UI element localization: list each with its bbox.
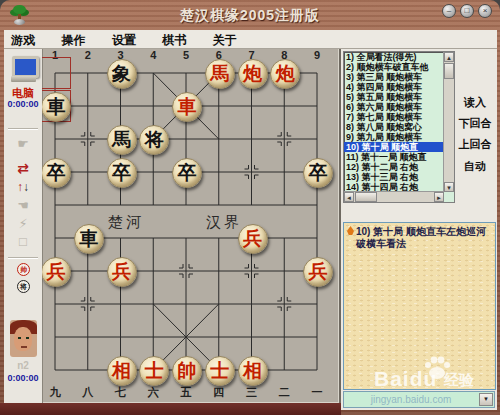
coord-bottom-8: 二 [273, 385, 295, 400]
black-piece-象[interactable]: 象 [107, 59, 137, 89]
watermark-url: jingyan.baidu.com [344, 394, 478, 405]
menu-item-settings[interactable]: 设置 [112, 32, 136, 49]
vertical-scroll-thumb[interactable] [444, 63, 454, 79]
river-label-han: 汉界 [206, 213, 242, 232]
list-item[interactable]: 6) 第六局 顺炮横车 [344, 102, 454, 112]
menu-item-game[interactable]: 游戏 [11, 32, 35, 49]
scroll-down-icon[interactable]: ▼ [444, 182, 454, 192]
red-piece-炮[interactable]: 炮 [238, 59, 268, 89]
red-piece-帥[interactable]: 帥 [172, 356, 202, 386]
swap-arrows-icon[interactable]: ⇄ [4, 160, 42, 176]
red-piece-兵[interactable]: 兵 [107, 257, 137, 287]
app-window: 楚汉棋缘2005注册版 – □ × 游戏 操作 设置 棋书 关于 电脑 0:00… [0, 0, 500, 415]
right-panel: 1) 全局看法(得先)2) 顺炮横车破直车他3) 第三局 顺炮横车4) 第四局 … [341, 48, 497, 410]
coord-bottom-6: 四 [208, 385, 230, 400]
scroll-right-icon[interactable]: ► [434, 192, 444, 202]
coord-bottom-7: 三 [241, 385, 263, 400]
red-piece-兵[interactable]: 兵 [238, 224, 268, 254]
red-piece-馬[interactable]: 馬 [205, 59, 235, 89]
black-piece-車[interactable]: 車 [74, 224, 104, 254]
list-item[interactable]: 1) 全局看法(得先) [344, 52, 454, 62]
coord-top-9: 9 [306, 49, 328, 61]
river-label-chu: 楚河 [108, 213, 144, 232]
coord-bottom-4: 六 [142, 385, 164, 400]
list-item-selected[interactable]: 10) 第十局 顺炮直 [344, 142, 454, 152]
red-piece-兵[interactable]: 兵 [42, 257, 71, 287]
player-avatar [10, 320, 37, 357]
prev-round-button[interactable]: 上回合 [453, 137, 497, 152]
red-piece-兵[interactable]: 兵 [303, 257, 333, 287]
minimize-button[interactable]: – [442, 4, 456, 18]
combobox-dropdown-button[interactable]: ▼ [479, 393, 493, 406]
black-piece-卒[interactable]: 卒 [107, 158, 137, 188]
title-bar[interactable]: 楚汉棋缘2005注册版 – □ × [0, 0, 500, 30]
page-icon[interactable]: □ [4, 234, 42, 249]
red-piece-士[interactable]: 士 [205, 356, 235, 386]
coord-bottom-3: 七 [110, 385, 132, 400]
scroll-left-icon[interactable]: ◄ [344, 192, 354, 202]
book-marker-icon [347, 226, 354, 235]
list-item[interactable]: 7) 第七局 顺炮横车 [344, 112, 454, 122]
red-piece-相[interactable]: 相 [238, 356, 268, 386]
player-name: n2 [4, 360, 42, 371]
baidu-watermark: Baidu 经验 [366, 359, 486, 389]
player-clock: 0:00:00 [4, 373, 42, 383]
coord-bottom-2: 八 [77, 385, 99, 400]
close-button[interactable]: × [478, 4, 492, 18]
black-piece-卒[interactable]: 卒 [172, 158, 202, 188]
list-item[interactable]: 8) 第八局 顺炮窝心 [344, 122, 454, 132]
red-piece-相[interactable]: 相 [107, 356, 137, 386]
coord-bottom-5: 五 [175, 385, 197, 400]
window-title: 楚汉棋缘2005注册版 [0, 7, 500, 25]
computer-icon [10, 55, 37, 83]
grab-hand-icon[interactable]: ☚ [4, 198, 42, 213]
horizontal-scroll-thumb[interactable] [355, 192, 377, 202]
coord-top-4: 4 [142, 49, 164, 61]
load-button[interactable]: 读入 [453, 95, 497, 110]
black-piece-卒[interactable]: 卒 [42, 158, 71, 188]
sort-arrows-icon[interactable]: ↑↓ [4, 180, 42, 194]
xiangqi-board[interactable]: 123456789 九八七六五四三二一 楚河 汉界 象馬炮炮車車馬将卒卒卒卒車兵… [42, 48, 341, 403]
move-select-combobox[interactable]: jingyan.baidu.com ▼ [343, 391, 495, 408]
list-item[interactable]: 4) 第四局 顺炮横车 [344, 82, 454, 92]
coord-top-5: 5 [175, 49, 197, 61]
list-item[interactable]: 3) 第三局 顺炮横车 [344, 72, 454, 82]
coord-bottom-1: 九 [44, 385, 66, 400]
red-piece-車[interactable]: 車 [172, 92, 202, 122]
move-description-text: 10) 第十局 顺炮直车左炮巡河破横车看法 [356, 226, 492, 250]
menu-item-operate[interactable]: 操作 [61, 32, 85, 49]
coord-top-2: 2 [77, 49, 99, 61]
hand-icon[interactable]: ☛ [4, 136, 42, 151]
list-item[interactable]: 11) 第十一局 顺炮直 [344, 152, 454, 162]
last-move-mark [42, 57, 71, 89]
black-piece-車[interactable]: 車 [42, 92, 71, 122]
opening-book-list[interactable]: 1) 全局看法(得先)2) 顺炮横车破直车他3) 第三局 顺炮横车4) 第四局 … [343, 51, 455, 203]
list-horizontal-scrollbar[interactable]: ◄ ► [344, 191, 444, 202]
bottom-border-strip [0, 403, 341, 415]
coord-bottom-9: 一 [306, 385, 328, 400]
scroll-up-icon[interactable]: ▲ [444, 52, 454, 62]
red-general-badge[interactable]: 帅 [17, 263, 30, 276]
black-piece-卒[interactable]: 卒 [303, 158, 333, 188]
list-item[interactable]: 9) 第九局 顺炮横车 [344, 132, 454, 142]
menu-item-book[interactable]: 棋书 [162, 32, 186, 49]
auto-button[interactable]: 自动 [453, 159, 497, 174]
lightning-icon[interactable]: ⚡ [4, 216, 42, 231]
maximize-button[interactable]: □ [460, 4, 474, 18]
next-round-button[interactable]: 下回合 [453, 116, 497, 131]
black-general-badge[interactable]: 将 [17, 280, 30, 293]
computer-clock: 0:00:00 [4, 99, 42, 109]
list-item[interactable]: 2) 顺炮横车破直车他 [344, 62, 454, 72]
black-piece-馬[interactable]: 馬 [107, 125, 137, 155]
left-toolbar: 电脑 0:00:00 ☛ ⇄ ↑↓ ☚ ⚡ □ 帅 将 n2 0:00:00 [4, 48, 43, 403]
list-item[interactable]: 13) 第十三局 右炮 [344, 172, 454, 182]
menu-item-about[interactable]: 关于 [213, 32, 237, 49]
list-item[interactable]: 12) 第十二局 右炮 [344, 162, 454, 172]
menu-bar: 游戏 操作 设置 棋书 关于 [4, 30, 497, 49]
list-item[interactable]: 5) 第五局 顺炮横车 [344, 92, 454, 102]
move-description-panel: 10) 第十局 顺炮直车左炮巡河破横车看法 Baidu 经验 [343, 222, 496, 390]
